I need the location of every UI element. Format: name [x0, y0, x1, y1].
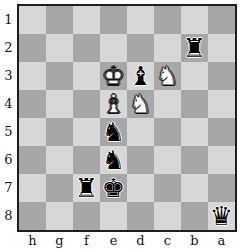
square-g3[interactable]: [46, 62, 73, 90]
square-e5[interactable]: ♞: [100, 118, 127, 146]
square-f1[interactable]: [73, 6, 100, 34]
square-a5[interactable]: [208, 118, 235, 146]
square-d8[interactable]: [127, 202, 154, 230]
black-knight-icon: ♞: [100, 146, 127, 174]
square-h7[interactable]: [19, 174, 46, 202]
white-king-icon: ♚♔: [100, 62, 127, 90]
square-c5[interactable]: [154, 118, 181, 146]
square-c3[interactable]: ♞♘: [154, 62, 181, 90]
square-g6[interactable]: [46, 146, 73, 174]
square-c6[interactable]: [154, 146, 181, 174]
file-label-c: c: [154, 233, 181, 249]
square-c1[interactable]: [154, 6, 181, 34]
rank-label-5: 5: [0, 118, 17, 146]
square-h4[interactable]: [19, 90, 46, 118]
square-f3[interactable]: [73, 62, 100, 90]
black-rook-icon: ♜: [73, 174, 100, 202]
file-labels: hgfedcba: [19, 233, 235, 249]
square-d2[interactable]: [127, 34, 154, 62]
square-h8[interactable]: [19, 202, 46, 230]
square-e1[interactable]: [100, 6, 127, 34]
square-g1[interactable]: [46, 6, 73, 34]
square-a8[interactable]: ♛: [208, 202, 235, 230]
black-king-icon: ♚: [100, 174, 127, 202]
square-c2[interactable]: [154, 34, 181, 62]
white-knight-icon: ♞♘: [154, 62, 181, 90]
square-a4[interactable]: [208, 90, 235, 118]
square-f4[interactable]: [73, 90, 100, 118]
square-e7[interactable]: ♚: [100, 174, 127, 202]
square-e2[interactable]: [100, 34, 127, 62]
rank-label-3: 3: [0, 62, 17, 90]
square-b6[interactable]: [181, 146, 208, 174]
square-h1[interactable]: [19, 6, 46, 34]
square-e8[interactable]: [100, 202, 127, 230]
file-label-b: b: [181, 233, 208, 249]
rank-labels: 12345678: [0, 6, 17, 230]
square-f6[interactable]: [73, 146, 100, 174]
square-h2[interactable]: [19, 34, 46, 62]
square-a7[interactable]: [208, 174, 235, 202]
square-d4[interactable]: ♞♘: [127, 90, 154, 118]
square-d5[interactable]: [127, 118, 154, 146]
square-d1[interactable]: [127, 6, 154, 34]
square-a1[interactable]: [208, 6, 235, 34]
square-b5[interactable]: [181, 118, 208, 146]
black-bishop-icon: ♝: [127, 62, 154, 90]
rank-label-6: 6: [0, 146, 17, 174]
square-g7[interactable]: [46, 174, 73, 202]
file-label-d: d: [127, 233, 154, 249]
board-grid: ♜♚♔♝♞♘♝♗♞♘♞♞♜♚♛: [19, 6, 235, 230]
square-g4[interactable]: [46, 90, 73, 118]
square-h5[interactable]: [19, 118, 46, 146]
rank-label-1: 1: [0, 6, 17, 34]
square-h6[interactable]: [19, 146, 46, 174]
file-label-g: g: [46, 233, 73, 249]
white-knight-icon: ♞♘: [127, 90, 154, 118]
square-b2[interactable]: ♜: [181, 34, 208, 62]
square-f7[interactable]: ♜: [73, 174, 100, 202]
square-b4[interactable]: [181, 90, 208, 118]
square-f8[interactable]: [73, 202, 100, 230]
square-f5[interactable]: [73, 118, 100, 146]
square-b7[interactable]: [181, 174, 208, 202]
square-a2[interactable]: [208, 34, 235, 62]
black-knight-icon: ♞: [100, 118, 127, 146]
file-label-a: a: [208, 233, 235, 249]
square-d6[interactable]: [127, 146, 154, 174]
rank-label-2: 2: [0, 34, 17, 62]
file-label-h: h: [19, 233, 46, 249]
square-a3[interactable]: [208, 62, 235, 90]
square-d7[interactable]: [127, 174, 154, 202]
square-e4[interactable]: ♝♗: [100, 90, 127, 118]
square-c8[interactable]: [154, 202, 181, 230]
square-h3[interactable]: [19, 62, 46, 90]
square-b3[interactable]: [181, 62, 208, 90]
file-label-e: e: [100, 233, 127, 249]
rank-label-7: 7: [0, 174, 17, 202]
square-f2[interactable]: [73, 34, 100, 62]
chess-diagram: 12345678 ♜♚♔♝♞♘♝♗♞♘♞♞♜♚♛ hgfedcba: [0, 0, 250, 252]
square-e6[interactable]: ♞: [100, 146, 127, 174]
square-a6[interactable]: [208, 146, 235, 174]
square-g5[interactable]: [46, 118, 73, 146]
chess-board: ♜♚♔♝♞♘♝♗♞♘♞♞♜♚♛: [17, 4, 237, 232]
square-e3[interactable]: ♚♔: [100, 62, 127, 90]
square-b8[interactable]: [181, 202, 208, 230]
rank-label-4: 4: [0, 90, 17, 118]
square-c4[interactable]: [154, 90, 181, 118]
square-g8[interactable]: [46, 202, 73, 230]
black-rook-icon: ♜: [181, 34, 208, 62]
black-queen-icon: ♛: [208, 202, 235, 230]
file-label-f: f: [73, 233, 100, 249]
white-bishop-icon: ♝♗: [100, 90, 127, 118]
rank-label-8: 8: [0, 202, 17, 230]
square-d3[interactable]: ♝: [127, 62, 154, 90]
square-c7[interactable]: [154, 174, 181, 202]
square-g2[interactable]: [46, 34, 73, 62]
square-b1[interactable]: [181, 6, 208, 34]
